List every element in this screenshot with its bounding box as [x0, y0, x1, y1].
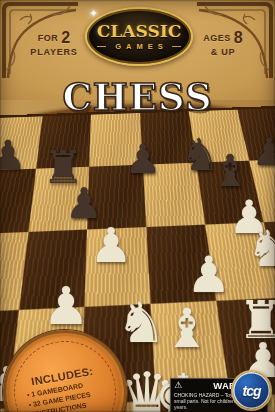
classic-games-logo: ✦ CLASSIC GAMES: [85, 7, 193, 66]
ages-badge: AGES 8 & UP: [189, 29, 257, 57]
board-square: [85, 227, 151, 307]
board-square: [89, 113, 142, 167]
players-badge: FOR 2 PLAYERS: [20, 29, 88, 57]
page-title: CHESS: [0, 79, 275, 116]
warning-triangle-icon: ⚠: [174, 381, 182, 390]
players-post: PLAYERS: [20, 47, 88, 57]
brand-games: GAMES: [97, 43, 181, 51]
ages-pre: AGES: [203, 33, 231, 43]
board-square: [140, 111, 196, 164]
board-square: [36, 115, 92, 169]
tcg-publisher-logo: tcg: [231, 370, 272, 411]
players-line1: FOR 2: [20, 29, 88, 47]
board-square: [143, 163, 205, 227]
sparkle-icon: ✦: [89, 7, 98, 20]
brand-classic: CLASSIC: [97, 23, 181, 40]
board-square: [146, 225, 216, 304]
ages-post: & UP: [189, 47, 257, 57]
ages-number: 8: [234, 29, 243, 46]
players-pre: FOR: [38, 33, 59, 43]
board-square: [87, 165, 146, 230]
game-box-cover: FOR 2 PLAYERS AGES 8 & UP ✦ CLASSIC GAME…: [0, 0, 275, 412]
board-square: [205, 222, 275, 301]
includes-badge-inner: INCLUDES: • 1 GAMEBOARD • 32 GAME PIECES…: [6, 333, 124, 412]
ages-line1: AGES 8: [189, 29, 257, 47]
players-number: 2: [61, 29, 70, 46]
board-square: [18, 229, 87, 309]
tcg-logo-text: tcg: [243, 383, 261, 399]
board-square: [28, 167, 90, 232]
